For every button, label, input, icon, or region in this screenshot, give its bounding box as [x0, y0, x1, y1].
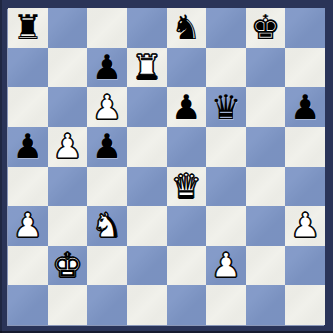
square-f3[interactable]: [206, 206, 246, 246]
square-d3[interactable]: [127, 206, 167, 246]
square-d4[interactable]: [127, 167, 167, 207]
square-a3[interactable]: ♟: [8, 206, 48, 246]
square-e2[interactable]: [167, 246, 207, 286]
square-c7[interactable]: ♟: [87, 48, 127, 88]
piece-white-pawn-c6[interactable]: ♟: [92, 88, 122, 127]
piece-black-pawn-c5[interactable]: ♟: [92, 127, 122, 166]
square-g6[interactable]: [246, 87, 286, 127]
square-c5[interactable]: ♟: [87, 127, 127, 167]
piece-white-knight-c3[interactable]: ♞: [92, 206, 122, 245]
piece-black-pawn-h6[interactable]: ♟: [290, 88, 320, 127]
square-h1[interactable]: [285, 285, 325, 325]
square-d6[interactable]: [127, 87, 167, 127]
square-f7[interactable]: [206, 48, 246, 88]
square-d1[interactable]: [127, 285, 167, 325]
square-f8[interactable]: [206, 8, 246, 48]
piece-white-rook-d7[interactable]: ♜: [131, 48, 161, 87]
square-c8[interactable]: [87, 8, 127, 48]
square-a4[interactable]: [8, 167, 48, 207]
square-h7[interactable]: [285, 48, 325, 88]
square-g4[interactable]: [246, 167, 286, 207]
square-h5[interactable]: [285, 127, 325, 167]
square-e5[interactable]: [167, 127, 207, 167]
square-c6[interactable]: ♟: [87, 87, 127, 127]
square-a7[interactable]: [8, 48, 48, 88]
square-g1[interactable]: [246, 285, 286, 325]
square-d8[interactable]: [127, 8, 167, 48]
piece-white-pawn-f2[interactable]: ♟: [211, 246, 241, 285]
piece-black-queen-f6[interactable]: ♛: [211, 88, 241, 127]
square-h8[interactable]: [285, 8, 325, 48]
square-e1[interactable]: [167, 285, 207, 325]
square-e8[interactable]: ♞: [167, 8, 207, 48]
square-g5[interactable]: [246, 127, 286, 167]
square-f6[interactable]: ♛: [206, 87, 246, 127]
square-b7[interactable]: [48, 48, 88, 88]
square-h6[interactable]: ♟: [285, 87, 325, 127]
piece-white-queen-e4[interactable]: ♛: [171, 167, 201, 206]
square-b6[interactable]: [48, 87, 88, 127]
chess-board-frame: ♜♞♚♟♜♟♟♛♟♟♟♟♛♟♞♟♚♟: [0, 0, 333, 333]
square-f4[interactable]: [206, 167, 246, 207]
square-d5[interactable]: [127, 127, 167, 167]
piece-black-pawn-a5[interactable]: ♟: [13, 127, 43, 166]
piece-black-pawn-e6[interactable]: ♟: [171, 88, 201, 127]
square-d7[interactable]: ♜: [127, 48, 167, 88]
square-g3[interactable]: [246, 206, 286, 246]
piece-white-pawn-b5[interactable]: ♟: [52, 127, 82, 166]
square-h3[interactable]: ♟: [285, 206, 325, 246]
square-e6[interactable]: ♟: [167, 87, 207, 127]
square-f5[interactable]: [206, 127, 246, 167]
square-f2[interactable]: ♟: [206, 246, 246, 286]
piece-black-knight-e8[interactable]: ♞: [171, 8, 201, 47]
square-e4[interactable]: ♛: [167, 167, 207, 207]
square-h4[interactable]: [285, 167, 325, 207]
square-b5[interactable]: ♟: [48, 127, 88, 167]
piece-black-rook-a8[interactable]: ♜: [13, 8, 43, 47]
square-f1[interactable]: [206, 285, 246, 325]
square-b8[interactable]: [48, 8, 88, 48]
square-a2[interactable]: [8, 246, 48, 286]
piece-white-pawn-h3[interactable]: ♟: [290, 206, 320, 245]
square-a8[interactable]: ♜: [8, 8, 48, 48]
piece-white-king-b2[interactable]: ♚: [52, 246, 82, 285]
square-c4[interactable]: [87, 167, 127, 207]
square-b4[interactable]: [48, 167, 88, 207]
square-b1[interactable]: [48, 285, 88, 325]
square-c3[interactable]: ♞: [87, 206, 127, 246]
square-g2[interactable]: [246, 246, 286, 286]
square-g7[interactable]: [246, 48, 286, 88]
square-c2[interactable]: [87, 246, 127, 286]
piece-black-king-g8[interactable]: ♚: [250, 8, 280, 47]
square-a1[interactable]: [8, 285, 48, 325]
square-a5[interactable]: ♟: [8, 127, 48, 167]
square-e3[interactable]: [167, 206, 207, 246]
square-b2[interactable]: ♚: [48, 246, 88, 286]
chess-board: ♜♞♚♟♜♟♟♛♟♟♟♟♛♟♞♟♚♟: [8, 8, 325, 325]
square-b3[interactable]: [48, 206, 88, 246]
square-e7[interactable]: [167, 48, 207, 88]
square-h2[interactable]: [285, 246, 325, 286]
piece-white-pawn-a3[interactable]: ♟: [13, 206, 43, 245]
square-c1[interactable]: [87, 285, 127, 325]
square-d2[interactable]: [127, 246, 167, 286]
piece-black-pawn-c7[interactable]: ♟: [92, 48, 122, 87]
square-a6[interactable]: [8, 87, 48, 127]
square-g8[interactable]: ♚: [246, 8, 286, 48]
